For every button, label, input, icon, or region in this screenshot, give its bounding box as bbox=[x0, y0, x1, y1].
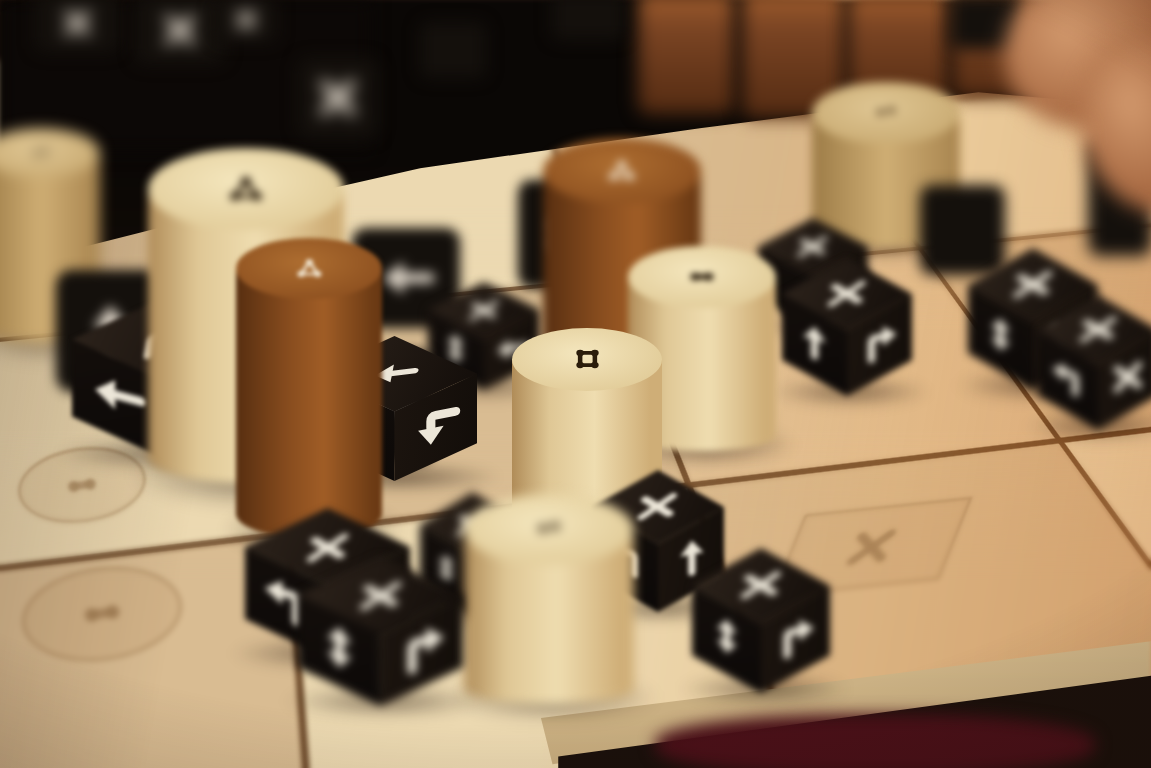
die-front-left2[interactable] bbox=[298, 556, 463, 706]
die-far-right2[interactable] bbox=[1038, 295, 1151, 430]
turn-down-from-right-icon bbox=[398, 377, 474, 472]
turn-right-icon bbox=[850, 298, 910, 386]
turn-right-icon bbox=[384, 599, 460, 696]
x-mark-icon bbox=[313, 73, 363, 123]
cylinder-top bbox=[628, 246, 776, 308]
bar-graph-icon bbox=[662, 263, 742, 290]
board-game-photo bbox=[0, 0, 1151, 768]
die-right-x2[interactable] bbox=[782, 258, 912, 396]
two-dots-icon bbox=[846, 99, 926, 126]
background-die bbox=[298, 58, 378, 138]
x-mark-icon bbox=[152, 9, 208, 51]
background-die bbox=[35, 0, 120, 52]
square-graph-icon bbox=[547, 346, 628, 374]
arrow-up-down-icon bbox=[971, 290, 1031, 380]
cylinder-top bbox=[812, 82, 960, 144]
cylinder-top bbox=[512, 328, 662, 391]
triangle-graph-icon bbox=[579, 156, 664, 185]
background-die bbox=[135, 0, 225, 64]
background-die bbox=[420, 22, 486, 78]
two-dots-icon bbox=[503, 514, 595, 545]
cylinder-brown-triangle-left[interactable] bbox=[236, 238, 382, 538]
arrow-up-icon bbox=[785, 298, 845, 386]
die-front-right[interactable] bbox=[692, 548, 830, 693]
x-mark-icon bbox=[1100, 335, 1151, 420]
cylinder-body bbox=[236, 269, 382, 538]
triangle-graph-icon bbox=[193, 171, 299, 207]
cylinder-top bbox=[148, 148, 344, 230]
arrow-up-down-icon bbox=[695, 590, 758, 683]
maroon-cloth bbox=[655, 714, 1095, 768]
background-die bbox=[552, 0, 624, 40]
cylinder-top bbox=[543, 138, 701, 204]
background-die bbox=[215, 0, 277, 42]
triangle-graph-icon bbox=[270, 255, 349, 282]
cylinder-top bbox=[236, 238, 382, 299]
x-mark-icon bbox=[51, 5, 104, 41]
piece-stack bbox=[638, 0, 734, 114]
two-dots-icon bbox=[9, 142, 73, 164]
turn-left-icon bbox=[1040, 335, 1095, 420]
x-mark-icon bbox=[227, 6, 265, 33]
turn-right-icon bbox=[764, 590, 827, 682]
bar-graph-icon bbox=[54, 582, 151, 645]
x-mark-icon bbox=[815, 519, 928, 575]
cylinder-light-twodots[interactable] bbox=[464, 494, 634, 704]
cylinder-top bbox=[464, 494, 634, 565]
